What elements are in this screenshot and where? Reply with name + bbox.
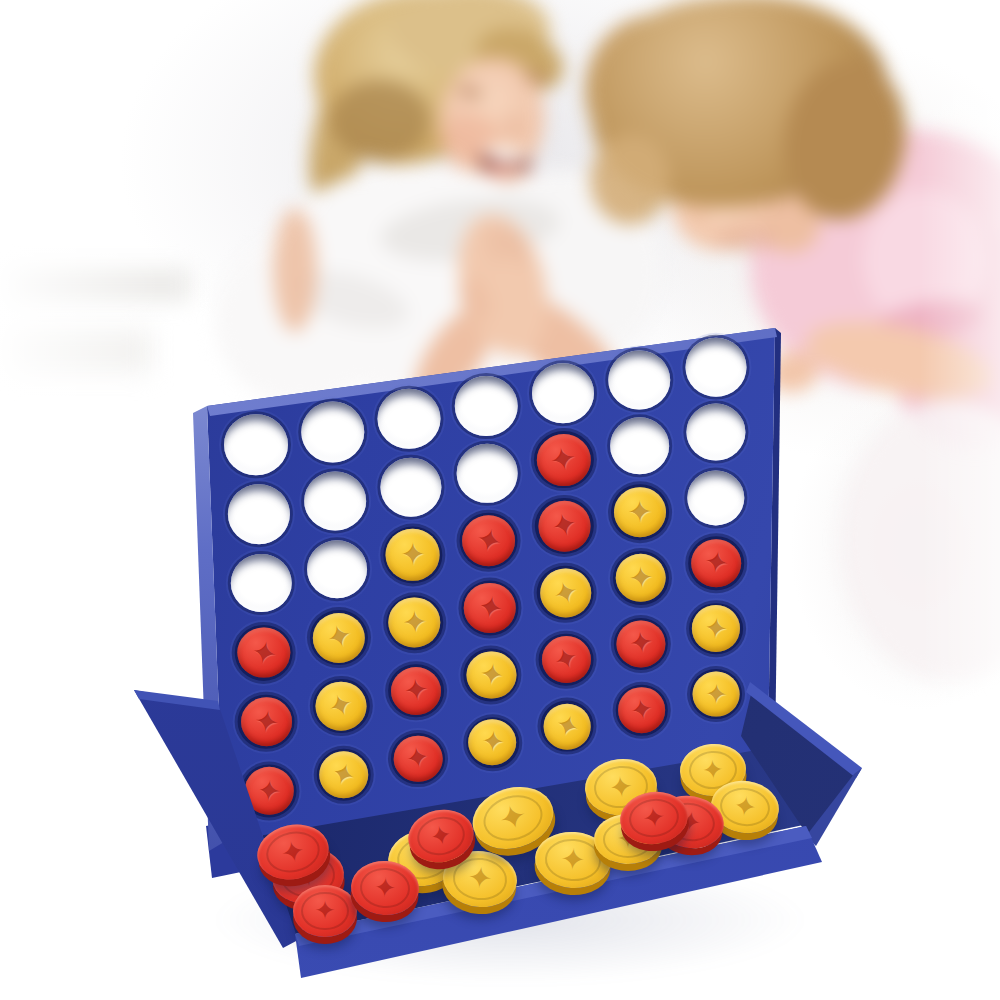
disc-ring (451, 856, 510, 903)
board-cell-r5c6[interactable]: ✦ (614, 618, 668, 670)
yellow-disc[interactable]: ✦ (540, 569, 591, 618)
yellow-disc[interactable]: ✦ (316, 682, 367, 731)
board-cell-r3c3[interactable]: ✦ (383, 526, 442, 583)
board-cell-r2c4[interactable] (457, 444, 518, 502)
star-emboss-icon: ✦ (703, 613, 729, 644)
board-cell-r6c3[interactable]: ✦ (391, 733, 445, 785)
board-cell-r3c5[interactable]: ✦ (535, 498, 593, 554)
board-cell-r2c2[interactable] (304, 471, 366, 530)
red-disc[interactable]: ✦ (391, 667, 441, 715)
board-cell-r6c6[interactable]: ✦ (615, 685, 668, 735)
star-emboss-icon: ✦ (548, 508, 580, 544)
board-cell-r1c3[interactable] (378, 389, 441, 449)
star-emboss-icon: ✦ (323, 619, 356, 655)
board-cell-r3c1[interactable] (231, 554, 291, 612)
product-photo: ✦✦✦✦✦✦✦✦✦✦✦✦✦✦✦✦✦✦✦✦✦✦✦✦✦✦ ✦✦✦✦✦✦✦✦✦✦✦✦✦… (0, 0, 1000, 1000)
board-cell-r3c7[interactable] (687, 470, 744, 525)
star-emboss-icon: ✦ (325, 688, 358, 724)
board-cell-r1c6[interactable] (609, 350, 671, 409)
yellow-disc[interactable]: ✦ (313, 613, 365, 663)
board-cell-r5c2[interactable]: ✦ (313, 679, 369, 733)
star-emboss-icon: ✦ (480, 728, 505, 758)
board-cell-r4c1[interactable]: ✦ (235, 624, 294, 680)
star-emboss-icon: ✦ (477, 659, 505, 691)
board-cell-r4c2[interactable]: ✦ (310, 610, 368, 666)
board-cell-r2c5[interactable]: ✦ (533, 431, 593, 489)
red-disc[interactable]: ✦ (237, 627, 290, 678)
board-cell-r4c6[interactable]: ✦ (613, 551, 669, 605)
disc-ring (717, 784, 772, 829)
yellow-disc[interactable]: ✦ (389, 598, 441, 648)
red-disc[interactable]: ✦ (618, 687, 665, 732)
disc-ring (626, 795, 681, 840)
board-cell-r3c4[interactable]: ✦ (459, 512, 518, 569)
disc-ring (358, 866, 411, 909)
star-emboss-icon: ✦ (627, 629, 654, 660)
board-cell-r1c1[interactable] (224, 414, 288, 475)
board-cell-r5c3[interactable]: ✦ (388, 664, 444, 718)
board-cell-r1c2[interactable] (301, 402, 365, 463)
star-emboss-icon: ✦ (472, 523, 504, 559)
yellow-disc[interactable]: ✦ (543, 703, 591, 749)
red-disc[interactable]: ✦ (464, 583, 515, 632)
red-disc[interactable]: ✦ (394, 735, 443, 782)
board-cell-r4c3[interactable]: ✦ (386, 595, 444, 650)
yellow-disc[interactable]: ✦ (319, 751, 368, 798)
star-emboss-icon: ✦ (627, 563, 654, 594)
yellow-disc[interactable]: ✦ (692, 605, 740, 651)
board-cell-r1c5[interactable] (532, 363, 594, 423)
star-emboss-icon: ✦ (252, 705, 281, 738)
board-cell-r4c4[interactable]: ✦ (461, 580, 518, 635)
disc-ring (478, 788, 549, 847)
star-emboss-icon: ✦ (401, 607, 428, 639)
disc-ring (543, 837, 602, 882)
disc-ring (263, 827, 323, 877)
disc-ring (413, 812, 469, 860)
board-cell-r5c1[interactable]: ✦ (238, 695, 295, 750)
star-emboss-icon: ✦ (627, 497, 653, 528)
board-cell-r1c7[interactable] (686, 338, 747, 397)
red-disc[interactable]: ✦ (691, 539, 741, 587)
board-cell-r6c2[interactable]: ✦ (316, 749, 371, 801)
board-cell-r5c5[interactable]: ✦ (539, 633, 594, 686)
board-cell-r5c7[interactable]: ✦ (689, 603, 743, 655)
star-emboss-icon: ✦ (400, 539, 426, 570)
board-cell-r2c6[interactable] (610, 417, 670, 474)
red-disc[interactable]: ✦ (538, 501, 591, 551)
yellow-disc[interactable]: ✦ (615, 554, 665, 602)
board-cell-r1c4[interactable] (455, 376, 518, 436)
star-emboss-icon: ✦ (248, 635, 279, 670)
red-tray-disc[interactable]: ✦ (293, 885, 357, 937)
red-disc[interactable]: ✦ (536, 434, 590, 486)
red-disc[interactable]: ✦ (617, 621, 666, 668)
board-cell-r2c7[interactable] (686, 404, 745, 461)
board-cell-r3c6[interactable]: ✦ (611, 484, 669, 540)
board-cell-r5c4[interactable]: ✦ (464, 649, 519, 702)
red-disc[interactable]: ✦ (462, 515, 515, 566)
yellow-disc[interactable]: ✦ (614, 487, 666, 537)
board-cell-r4c7[interactable]: ✦ (688, 537, 744, 590)
board-cell-r6c7[interactable]: ✦ (690, 669, 742, 719)
red-disc[interactable]: ✦ (541, 636, 590, 683)
board-cell-r2c1[interactable] (228, 484, 290, 544)
star-emboss-icon: ✦ (702, 547, 731, 580)
yellow-disc[interactable]: ✦ (468, 719, 516, 765)
yellow-disc[interactable]: ✦ (466, 651, 516, 699)
board-cell-r4c5[interactable]: ✦ (537, 566, 594, 620)
yellow-disc[interactable]: ✦ (386, 529, 439, 580)
star-emboss-icon: ✦ (328, 758, 360, 793)
board-cell-r6c4[interactable]: ✦ (466, 717, 520, 768)
disc-ring (301, 892, 348, 931)
star-emboss-icon: ✦ (628, 695, 656, 726)
star-emboss-icon: ✦ (404, 743, 432, 775)
board-cell-r2c3[interactable] (380, 458, 441, 517)
star-emboss-icon: ✦ (548, 442, 580, 478)
star-emboss-icon: ✦ (704, 680, 728, 708)
board-cell-r6c5[interactable]: ✦ (541, 701, 594, 752)
board-cell-r3c2[interactable] (307, 540, 367, 598)
star-emboss-icon: ✦ (549, 575, 581, 611)
star-emboss-icon: ✦ (403, 675, 430, 707)
star-emboss-icon: ✦ (475, 591, 505, 625)
star-emboss-icon: ✦ (552, 710, 582, 743)
red-disc[interactable]: ✦ (241, 697, 292, 746)
yellow-disc[interactable]: ✦ (693, 672, 740, 717)
star-emboss-icon: ✦ (256, 776, 283, 807)
star-emboss-icon: ✦ (550, 642, 582, 677)
